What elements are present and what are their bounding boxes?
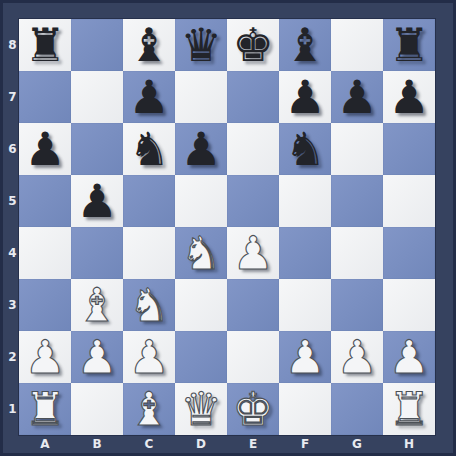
white-pawn[interactable]: ♟ (331, 331, 383, 383)
square-b1[interactable] (71, 383, 123, 435)
square-f4[interactable] (279, 227, 331, 279)
black-king[interactable]: ♚ (227, 19, 279, 71)
square-e7[interactable] (227, 71, 279, 123)
square-a6[interactable]: ♟ (19, 123, 71, 175)
white-bishop[interactable]: ♝ (71, 279, 123, 331)
square-a1[interactable]: ♜ (19, 383, 71, 435)
square-g1[interactable] (331, 383, 383, 435)
white-knight[interactable]: ♞ (123, 279, 175, 331)
square-g4[interactable] (331, 227, 383, 279)
square-d7[interactable] (175, 71, 227, 123)
square-e8[interactable]: ♚ (227, 19, 279, 71)
square-f6[interactable]: ♞ (279, 123, 331, 175)
square-d8[interactable]: ♛ (175, 19, 227, 71)
square-d1[interactable]: ♛ (175, 383, 227, 435)
square-f8[interactable]: ♝ (279, 19, 331, 71)
chess-diagram: 87654321 ♜♝♛♚♝♜♟♟♟♟♟♞♟♞♟♞♟♝♞♟♟♟♟♟♟♜♝♛♚♜ … (0, 0, 456, 456)
white-pawn[interactable]: ♟ (279, 331, 331, 383)
square-a7[interactable] (19, 71, 71, 123)
rank-label-3: 3 (3, 279, 19, 331)
file-label-e: E (227, 435, 279, 453)
square-c3[interactable]: ♞ (123, 279, 175, 331)
square-b5[interactable]: ♟ (71, 175, 123, 227)
square-d3[interactable] (175, 279, 227, 331)
square-h6[interactable] (383, 123, 435, 175)
white-king[interactable]: ♚ (227, 383, 279, 435)
square-e1[interactable]: ♚ (227, 383, 279, 435)
square-a8[interactable]: ♜ (19, 19, 71, 71)
file-label-c: C (123, 435, 175, 453)
rank-labels: 87654321 (3, 19, 19, 435)
rank-label-4: 4 (3, 227, 19, 279)
file-label-b: B (71, 435, 123, 453)
square-e5[interactable] (227, 175, 279, 227)
rank-label-8: 8 (3, 19, 19, 71)
square-b2[interactable]: ♟ (71, 331, 123, 383)
square-b8[interactable] (71, 19, 123, 71)
white-pawn[interactable]: ♟ (383, 331, 435, 383)
square-c8[interactable]: ♝ (123, 19, 175, 71)
square-a4[interactable] (19, 227, 71, 279)
white-pawn[interactable]: ♟ (227, 227, 279, 279)
square-h7[interactable]: ♟ (383, 71, 435, 123)
black-rook[interactable]: ♜ (19, 19, 71, 71)
black-bishop[interactable]: ♝ (279, 19, 331, 71)
square-b6[interactable] (71, 123, 123, 175)
white-rook[interactable]: ♜ (383, 383, 435, 435)
square-h3[interactable] (383, 279, 435, 331)
white-rook[interactable]: ♜ (19, 383, 71, 435)
black-bishop[interactable]: ♝ (123, 19, 175, 71)
square-a2[interactable]: ♟ (19, 331, 71, 383)
rank-label-2: 2 (3, 331, 19, 383)
chessboard: ♜♝♛♚♝♜♟♟♟♟♟♞♟♞♟♞♟♝♞♟♟♟♟♟♟♜♝♛♚♜ (19, 19, 435, 435)
square-a5[interactable] (19, 175, 71, 227)
square-f3[interactable] (279, 279, 331, 331)
square-b3[interactable]: ♝ (71, 279, 123, 331)
square-h4[interactable] (383, 227, 435, 279)
square-g2[interactable]: ♟ (331, 331, 383, 383)
square-d6[interactable]: ♟ (175, 123, 227, 175)
rank-label-6: 6 (3, 123, 19, 175)
white-pawn[interactable]: ♟ (71, 331, 123, 383)
square-h5[interactable] (383, 175, 435, 227)
black-pawn[interactable]: ♟ (383, 71, 435, 123)
square-d4[interactable]: ♞ (175, 227, 227, 279)
file-labels: ABCDEFGH (19, 435, 435, 453)
square-h8[interactable]: ♜ (383, 19, 435, 71)
square-a3[interactable] (19, 279, 71, 331)
square-f5[interactable] (279, 175, 331, 227)
square-c4[interactable] (123, 227, 175, 279)
square-g6[interactable] (331, 123, 383, 175)
black-pawn[interactable]: ♟ (19, 123, 71, 175)
black-knight[interactable]: ♞ (123, 123, 175, 175)
black-pawn[interactable]: ♟ (175, 123, 227, 175)
square-f2[interactable]: ♟ (279, 331, 331, 383)
rank-label-5: 5 (3, 175, 19, 227)
file-label-f: F (279, 435, 331, 453)
rank-label-7: 7 (3, 71, 19, 123)
white-knight[interactable]: ♞ (175, 227, 227, 279)
square-c1[interactable]: ♝ (123, 383, 175, 435)
black-queen[interactable]: ♛ (175, 19, 227, 71)
square-e4[interactable]: ♟ (227, 227, 279, 279)
black-pawn[interactable]: ♟ (123, 71, 175, 123)
square-f1[interactable] (279, 383, 331, 435)
square-e3[interactable] (227, 279, 279, 331)
square-h2[interactable]: ♟ (383, 331, 435, 383)
square-c6[interactable]: ♞ (123, 123, 175, 175)
square-g8[interactable] (331, 19, 383, 71)
white-pawn[interactable]: ♟ (19, 331, 71, 383)
white-bishop[interactable]: ♝ (123, 383, 175, 435)
rank-label-1: 1 (3, 383, 19, 435)
square-d5[interactable] (175, 175, 227, 227)
file-label-a: A (19, 435, 71, 453)
white-queen[interactable]: ♛ (175, 383, 227, 435)
square-e2[interactable] (227, 331, 279, 383)
file-label-h: H (383, 435, 435, 453)
black-rook[interactable]: ♜ (383, 19, 435, 71)
square-h1[interactable]: ♜ (383, 383, 435, 435)
black-pawn[interactable]: ♟ (331, 71, 383, 123)
file-label-d: D (175, 435, 227, 453)
black-pawn[interactable]: ♟ (279, 71, 331, 123)
square-c7[interactable]: ♟ (123, 71, 175, 123)
square-b7[interactable] (71, 71, 123, 123)
white-pawn[interactable]: ♟ (123, 331, 175, 383)
square-b4[interactable] (71, 227, 123, 279)
square-f7[interactable]: ♟ (279, 71, 331, 123)
file-label-g: G (331, 435, 383, 453)
black-knight[interactable]: ♞ (279, 123, 331, 175)
square-e6[interactable] (227, 123, 279, 175)
square-d2[interactable] (175, 331, 227, 383)
square-g3[interactable] (331, 279, 383, 331)
square-c2[interactable]: ♟ (123, 331, 175, 383)
square-g7[interactable]: ♟ (331, 71, 383, 123)
square-c5[interactable] (123, 175, 175, 227)
black-pawn[interactable]: ♟ (71, 175, 123, 227)
square-g5[interactable] (331, 175, 383, 227)
